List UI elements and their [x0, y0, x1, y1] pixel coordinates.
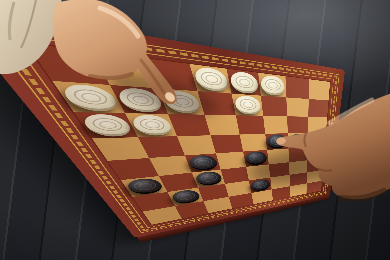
white-piece-c2[interactable]	[161, 90, 201, 113]
white-piece-d1[interactable]	[193, 66, 229, 91]
white-piece-e1[interactable]	[229, 71, 258, 94]
black-piece-h5[interactable]	[308, 147, 323, 159]
square-h4[interactable]	[308, 132, 326, 147]
white-piece-b3[interactable]	[129, 115, 174, 136]
square-e3[interactable]	[236, 115, 265, 134]
square-f2[interactable]	[261, 96, 287, 117]
square-h3[interactable]	[308, 117, 327, 133]
black-piece-g4[interactable]	[289, 134, 306, 148]
square-d4[interactable]	[211, 135, 244, 154]
square-g1[interactable]	[285, 76, 309, 99]
scene	[0, 0, 390, 260]
square-c4[interactable]	[177, 135, 216, 155]
square-g4[interactable]	[288, 133, 308, 149]
square-e1[interactable]	[227, 69, 261, 96]
square-h2[interactable]	[308, 99, 328, 117]
square-d3[interactable]	[204, 115, 239, 136]
black-piece-c5[interactable]	[188, 155, 219, 171]
white-piece-b2[interactable]	[115, 87, 165, 112]
square-e2[interactable]	[232, 94, 264, 116]
black-piece-e5[interactable]	[245, 151, 267, 166]
square-d2[interactable]	[197, 91, 235, 115]
square-g2[interactable]	[286, 97, 308, 116]
black-piece-f4[interactable]	[267, 134, 287, 148]
white-piece-e2[interactable]	[234, 95, 261, 114]
square-e4[interactable]	[240, 134, 267, 152]
white-piece-f1[interactable]	[260, 75, 284, 96]
square-f4[interactable]	[265, 133, 288, 150]
square-h1[interactable]	[309, 79, 330, 100]
square-f1[interactable]	[258, 73, 286, 98]
square-f3[interactable]	[263, 116, 288, 134]
square-g3[interactable]	[287, 116, 308, 133]
